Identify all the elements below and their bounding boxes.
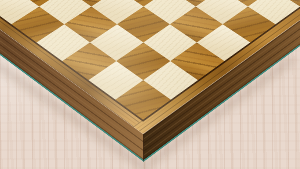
chessboard-photo	[0, 0, 300, 169]
chessboard	[0, 0, 300, 134]
perspective-scene	[0, 0, 300, 169]
